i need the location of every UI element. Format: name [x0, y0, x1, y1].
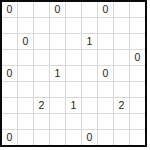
cell-r2-c3[interactable]: [34, 18, 49, 33]
cell-r2-c6[interactable]: [82, 18, 97, 33]
cell-r9-c2[interactable]: [18, 130, 33, 145]
clue-cell-r9-c1: 0: [2, 130, 17, 145]
cell-r3-c7[interactable]: [98, 34, 113, 49]
clue-cell-r7-c5: 1: [66, 98, 81, 113]
cell-r9-c8[interactable]: [114, 130, 129, 145]
cell-r1-c6[interactable]: [82, 2, 97, 17]
clue-cell-r1-c7: 0: [98, 2, 113, 17]
cell-r5-c2[interactable]: [18, 66, 33, 81]
clue-cell-r7-c8: 2: [114, 98, 129, 113]
cell-r6-c1[interactable]: [2, 82, 17, 97]
cell-r3-c9[interactable]: [130, 34, 145, 49]
cell-r3-c1[interactable]: [2, 34, 17, 49]
cell-r7-c9[interactable]: [130, 98, 145, 113]
cell-r4-c8[interactable]: [114, 50, 129, 65]
cell-r8-c9[interactable]: [130, 114, 145, 129]
cell-r8-c4[interactable]: [50, 114, 65, 129]
cell-r1-c5[interactable]: [66, 2, 81, 17]
cell-r4-c7[interactable]: [98, 50, 113, 65]
cell-r5-c6[interactable]: [82, 66, 97, 81]
cell-r9-c4[interactable]: [50, 130, 65, 145]
cell-r5-c8[interactable]: [114, 66, 129, 81]
cell-r8-c8[interactable]: [114, 114, 129, 129]
cell-r3-c4[interactable]: [50, 34, 65, 49]
cell-r4-c4[interactable]: [50, 50, 65, 65]
cell-r8-c3[interactable]: [34, 114, 49, 129]
clue-cell-r1-c4: 0: [50, 2, 65, 17]
cell-r4-c5[interactable]: [66, 50, 81, 65]
cell-r9-c3[interactable]: [34, 130, 49, 145]
cell-r6-c3[interactable]: [34, 82, 49, 97]
cell-r6-c6[interactable]: [82, 82, 97, 97]
cell-r6-c7[interactable]: [98, 82, 113, 97]
clue-cell-r7-c3: 2: [34, 98, 49, 113]
cell-r2-c5[interactable]: [66, 18, 81, 33]
clue-cell-r4-c9: 0: [130, 50, 145, 65]
puzzle-board: 00001001021200: [0, 0, 147, 147]
cell-r8-c2[interactable]: [18, 114, 33, 129]
cell-r5-c3[interactable]: [34, 66, 49, 81]
cell-r7-c1[interactable]: [2, 98, 17, 113]
cell-r3-c8[interactable]: [114, 34, 129, 49]
cell-r1-c2[interactable]: [18, 2, 33, 17]
cell-r4-c6[interactable]: [82, 50, 97, 65]
cell-r4-c3[interactable]: [34, 50, 49, 65]
cell-r1-c3[interactable]: [34, 2, 49, 17]
cell-r7-c4[interactable]: [50, 98, 65, 113]
cell-r6-c2[interactable]: [18, 82, 33, 97]
cell-r6-c9[interactable]: [130, 82, 145, 97]
cell-r6-c5[interactable]: [66, 82, 81, 97]
clue-cell-r5-c4: 1: [50, 66, 65, 81]
cell-r1-c9[interactable]: [130, 2, 145, 17]
cell-r8-c1[interactable]: [2, 114, 17, 129]
cell-r4-c2[interactable]: [18, 50, 33, 65]
cell-r2-c1[interactable]: [2, 18, 17, 33]
cell-r2-c7[interactable]: [98, 18, 113, 33]
clue-cell-r3-c6: 1: [82, 34, 97, 49]
cell-r7-c7[interactable]: [98, 98, 113, 113]
cell-r8-c7[interactable]: [98, 114, 113, 129]
cell-r7-c6[interactable]: [82, 98, 97, 113]
cell-r2-c4[interactable]: [50, 18, 65, 33]
cell-r7-c2[interactable]: [18, 98, 33, 113]
clue-cell-r1-c1: 0: [2, 2, 17, 17]
cell-r8-c5[interactable]: [66, 114, 81, 129]
cell-r9-c5[interactable]: [66, 130, 81, 145]
cell-r3-c5[interactable]: [66, 34, 81, 49]
cell-r3-c3[interactable]: [34, 34, 49, 49]
clue-cell-r5-c7: 0: [98, 66, 113, 81]
cell-r2-c9[interactable]: [130, 18, 145, 33]
cell-r8-c6[interactable]: [82, 114, 97, 129]
cell-r5-c5[interactable]: [66, 66, 81, 81]
clue-cell-r3-c2: 0: [18, 34, 33, 49]
cell-r6-c4[interactable]: [50, 82, 65, 97]
cell-r2-c2[interactable]: [18, 18, 33, 33]
cell-r9-c9[interactable]: [130, 130, 145, 145]
cell-r9-c7[interactable]: [98, 130, 113, 145]
cell-r6-c8[interactable]: [114, 82, 129, 97]
cell-r4-c1[interactable]: [2, 50, 17, 65]
clue-cell-r5-c1: 0: [2, 66, 17, 81]
cell-r1-c8[interactable]: [114, 2, 129, 17]
cell-r5-c9[interactable]: [130, 66, 145, 81]
cell-r2-c8[interactable]: [114, 18, 129, 33]
clue-cell-r9-c6: 0: [82, 130, 97, 145]
